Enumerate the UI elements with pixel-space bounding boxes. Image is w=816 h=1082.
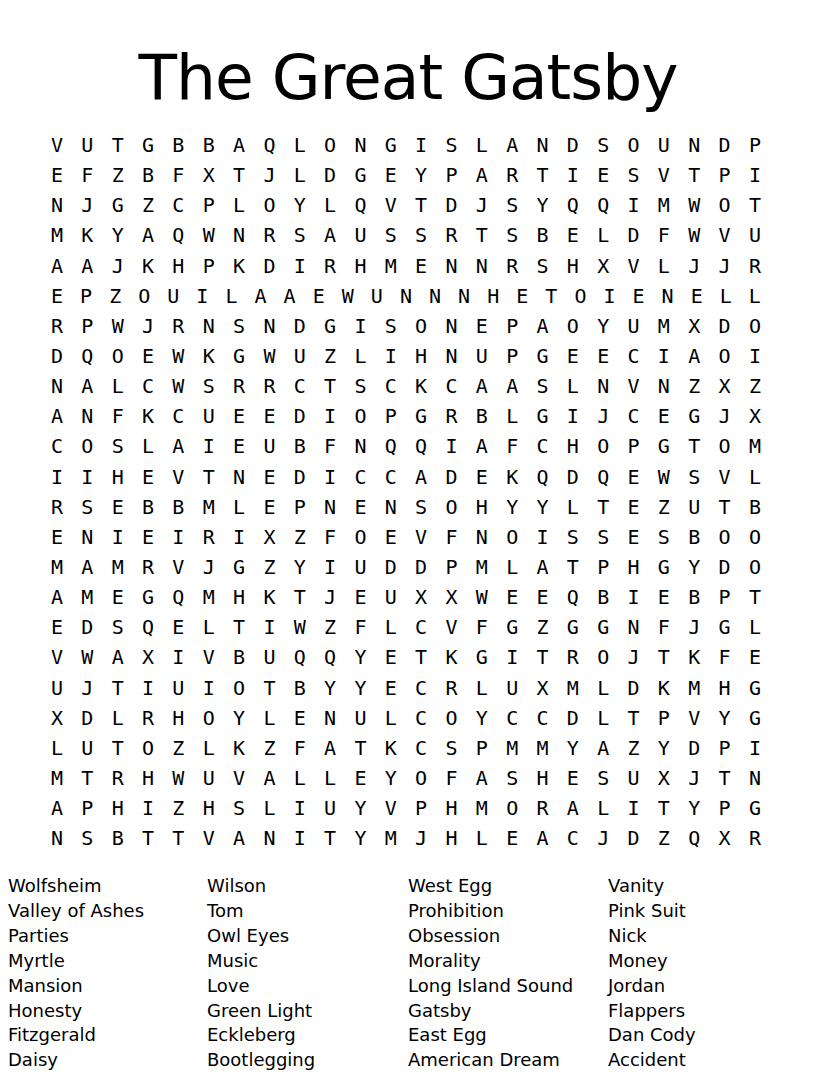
- grid-cell[interactable]: I: [625, 195, 643, 215]
- grid-cell[interactable]: D: [564, 135, 582, 155]
- grid-cell[interactable]: G: [473, 647, 491, 667]
- grid-cell[interactable]: E: [48, 527, 66, 547]
- grid-cell[interactable]: N: [685, 135, 703, 155]
- grid-cell[interactable]: P: [503, 316, 521, 336]
- grid-cell[interactable]: P: [382, 406, 400, 426]
- grid-cell[interactable]: G: [109, 195, 127, 215]
- grid-cell[interactable]: Q: [321, 647, 339, 667]
- grid-cell[interactable]: P: [77, 286, 95, 306]
- grid-cell[interactable]: U: [200, 406, 218, 426]
- grid-cell[interactable]: K: [139, 256, 157, 276]
- grid-cell[interactable]: V: [200, 828, 218, 848]
- grid-cell[interactable]: M: [382, 828, 400, 848]
- grid-cell[interactable]: B: [139, 165, 157, 185]
- grid-cell[interactable]: W: [339, 286, 357, 306]
- grid-cell[interactable]: C: [139, 376, 157, 396]
- grid-cell[interactable]: P: [655, 708, 673, 728]
- grid-cell[interactable]: U: [625, 316, 643, 336]
- grid-cell[interactable]: E: [625, 527, 643, 547]
- grid-cell[interactable]: L: [222, 286, 240, 306]
- grid-cell[interactable]: W: [78, 647, 96, 667]
- grid-cell[interactable]: Y: [109, 225, 127, 245]
- grid-cell[interactable]: I: [169, 647, 187, 667]
- grid-cell[interactable]: L: [260, 708, 278, 728]
- grid-cell[interactable]: Z: [685, 376, 703, 396]
- grid-cell[interactable]: K: [382, 738, 400, 758]
- grid-cell[interactable]: S: [382, 225, 400, 245]
- grid-cell[interactable]: T: [169, 828, 187, 848]
- grid-cell[interactable]: Y: [291, 195, 309, 215]
- grid-cell[interactable]: E: [139, 467, 157, 487]
- grid-cell[interactable]: K: [200, 346, 218, 366]
- grid-cell[interactable]: I: [193, 286, 211, 306]
- grid-cell[interactable]: D: [412, 557, 430, 577]
- grid-cell[interactable]: U: [685, 497, 703, 517]
- grid-cell[interactable]: H: [139, 768, 157, 788]
- grid-cell[interactable]: G: [685, 406, 703, 426]
- grid-cell[interactable]: I: [48, 467, 66, 487]
- grid-cell[interactable]: N: [48, 828, 66, 848]
- grid-cell[interactable]: L: [717, 286, 735, 306]
- grid-cell[interactable]: P: [746, 135, 764, 155]
- grid-cell[interactable]: Z: [655, 828, 673, 848]
- grid-cell[interactable]: J: [625, 647, 643, 667]
- grid-cell[interactable]: E: [746, 647, 764, 667]
- grid-cell[interactable]: Z: [291, 527, 309, 547]
- grid-cell[interactable]: T: [412, 195, 430, 215]
- grid-cell[interactable]: G: [230, 557, 248, 577]
- grid-cell[interactable]: M: [746, 436, 764, 456]
- grid-cell[interactable]: R: [746, 256, 764, 276]
- grid-cell[interactable]: T: [200, 467, 218, 487]
- grid-cell[interactable]: O: [716, 527, 734, 547]
- grid-cell[interactable]: T: [473, 225, 491, 245]
- grid-cell[interactable]: M: [200, 587, 218, 607]
- grid-cell[interactable]: O: [746, 316, 764, 336]
- grid-cell[interactable]: M: [655, 316, 673, 336]
- grid-cell[interactable]: Y: [655, 738, 673, 758]
- grid-cell[interactable]: K: [442, 647, 460, 667]
- grid-cell[interactable]: T: [685, 436, 703, 456]
- grid-cell[interactable]: D: [716, 135, 734, 155]
- grid-cell[interactable]: C: [442, 376, 460, 396]
- grid-cell[interactable]: V: [200, 647, 218, 667]
- grid-cell[interactable]: C: [625, 346, 643, 366]
- grid-cell[interactable]: V: [48, 135, 66, 155]
- grid-cell[interactable]: E: [382, 678, 400, 698]
- grid-cell[interactable]: M: [655, 195, 673, 215]
- grid-cell[interactable]: K: [139, 406, 157, 426]
- grid-cell[interactable]: A: [473, 165, 491, 185]
- grid-cell[interactable]: L: [594, 678, 612, 698]
- grid-cell[interactable]: G: [746, 798, 764, 818]
- grid-cell[interactable]: U: [351, 225, 369, 245]
- grid-cell[interactable]: L: [746, 467, 764, 487]
- grid-cell[interactable]: H: [716, 678, 734, 698]
- grid-cell[interactable]: Y: [473, 708, 491, 728]
- grid-cell[interactable]: T: [291, 587, 309, 607]
- grid-cell[interactable]: P: [716, 798, 734, 818]
- grid-cell[interactable]: I: [291, 828, 309, 848]
- grid-cell[interactable]: N: [442, 316, 460, 336]
- grid-cell[interactable]: Q: [169, 587, 187, 607]
- grid-cell[interactable]: W: [260, 346, 278, 366]
- grid-cell[interactable]: B: [230, 647, 248, 667]
- grid-cell[interactable]: W: [200, 225, 218, 245]
- grid-cell[interactable]: I: [200, 678, 218, 698]
- grid-cell[interactable]: S: [351, 376, 369, 396]
- grid-cell[interactable]: O: [594, 436, 612, 456]
- grid-cell[interactable]: R: [109, 768, 127, 788]
- grid-cell[interactable]: Z: [321, 346, 339, 366]
- grid-cell[interactable]: W: [169, 768, 187, 788]
- grid-cell[interactable]: J: [685, 768, 703, 788]
- grid-cell[interactable]: T: [534, 647, 552, 667]
- grid-cell[interactable]: Y: [534, 195, 552, 215]
- grid-cell[interactable]: I: [109, 527, 127, 547]
- grid-cell[interactable]: S: [291, 225, 309, 245]
- grid-cell[interactable]: S: [412, 497, 430, 517]
- grid-cell[interactable]: O: [442, 708, 460, 728]
- grid-cell[interactable]: V: [382, 798, 400, 818]
- grid-cell[interactable]: I: [746, 165, 764, 185]
- grid-cell[interactable]: T: [109, 678, 127, 698]
- grid-cell[interactable]: F: [351, 617, 369, 637]
- grid-cell[interactable]: M: [473, 557, 491, 577]
- grid-cell[interactable]: Y: [685, 798, 703, 818]
- grid-cell[interactable]: E: [310, 286, 328, 306]
- grid-cell[interactable]: P: [716, 587, 734, 607]
- grid-cell[interactable]: D: [716, 316, 734, 336]
- grid-cell[interactable]: Q: [351, 195, 369, 215]
- grid-cell[interactable]: L: [109, 708, 127, 728]
- grid-cell[interactable]: E: [564, 768, 582, 788]
- grid-cell[interactable]: X: [716, 376, 734, 396]
- grid-cell[interactable]: H: [412, 346, 430, 366]
- grid-cell[interactable]: E: [230, 406, 248, 426]
- grid-cell[interactable]: B: [139, 497, 157, 517]
- grid-cell[interactable]: I: [655, 346, 673, 366]
- grid-cell[interactable]: G: [746, 708, 764, 728]
- grid-cell[interactable]: J: [685, 617, 703, 637]
- grid-cell[interactable]: M: [78, 587, 96, 607]
- grid-cell[interactable]: J: [716, 256, 734, 276]
- grid-cell[interactable]: U: [746, 225, 764, 245]
- grid-cell[interactable]: O: [746, 557, 764, 577]
- grid-cell[interactable]: D: [625, 678, 643, 698]
- grid-cell[interactable]: S: [534, 256, 552, 276]
- grid-cell[interactable]: S: [685, 467, 703, 487]
- grid-cell[interactable]: Z: [169, 738, 187, 758]
- grid-cell[interactable]: O: [594, 647, 612, 667]
- grid-cell[interactable]: L: [564, 497, 582, 517]
- grid-cell[interactable]: Y: [382, 768, 400, 788]
- grid-cell[interactable]: X: [685, 316, 703, 336]
- grid-cell[interactable]: E: [260, 406, 278, 426]
- grid-cell[interactable]: O: [442, 497, 460, 517]
- grid-cell[interactable]: C: [412, 738, 430, 758]
- grid-cell[interactable]: F: [442, 527, 460, 547]
- grid-cell[interactable]: N: [382, 497, 400, 517]
- grid-cell[interactable]: A: [252, 286, 270, 306]
- grid-cell[interactable]: D: [625, 225, 643, 245]
- grid-cell[interactable]: U: [164, 286, 182, 306]
- grid-cell[interactable]: S: [564, 527, 582, 547]
- grid-cell[interactable]: F: [655, 225, 673, 245]
- grid-cell[interactable]: I: [321, 406, 339, 426]
- grid-cell[interactable]: Y: [291, 557, 309, 577]
- grid-cell[interactable]: J: [321, 587, 339, 607]
- grid-cell[interactable]: I: [534, 527, 552, 547]
- grid-cell[interactable]: R: [564, 647, 582, 667]
- grid-cell[interactable]: Q: [534, 467, 552, 487]
- grid-cell[interactable]: G: [230, 346, 248, 366]
- grid-cell[interactable]: G: [746, 678, 764, 698]
- grid-cell[interactable]: E: [594, 165, 612, 185]
- grid-cell[interactable]: G: [534, 346, 552, 366]
- grid-cell[interactable]: O: [135, 286, 153, 306]
- grid-cell[interactable]: T: [534, 165, 552, 185]
- grid-cell[interactable]: Q: [685, 828, 703, 848]
- grid-cell[interactable]: V: [655, 165, 673, 185]
- grid-cell[interactable]: O: [351, 527, 369, 547]
- grid-cell[interactable]: U: [321, 798, 339, 818]
- grid-cell[interactable]: Y: [503, 497, 521, 517]
- grid-cell[interactable]: Q: [564, 587, 582, 607]
- grid-cell[interactable]: Y: [564, 738, 582, 758]
- grid-cell[interactable]: N: [655, 376, 673, 396]
- grid-cell[interactable]: T: [109, 738, 127, 758]
- grid-cell[interactable]: Z: [139, 195, 157, 215]
- grid-cell[interactable]: B: [534, 225, 552, 245]
- grid-cell[interactable]: Y: [351, 678, 369, 698]
- grid-cell[interactable]: H: [473, 497, 491, 517]
- grid-cell[interactable]: I: [412, 135, 430, 155]
- grid-cell[interactable]: P: [716, 165, 734, 185]
- grid-cell[interactable]: N: [746, 768, 764, 788]
- grid-cell[interactable]: I: [291, 256, 309, 276]
- grid-cell[interactable]: X: [260, 527, 278, 547]
- grid-cell[interactable]: F: [655, 617, 673, 637]
- grid-cell[interactable]: Y: [716, 708, 734, 728]
- grid-cell[interactable]: D: [382, 557, 400, 577]
- grid-cell[interactable]: H: [625, 557, 643, 577]
- grid-cell[interactable]: Z: [260, 557, 278, 577]
- grid-cell[interactable]: C: [534, 436, 552, 456]
- grid-cell[interactable]: Z: [625, 738, 643, 758]
- grid-cell[interactable]: I: [200, 436, 218, 456]
- grid-cell[interactable]: G: [716, 617, 734, 637]
- grid-cell[interactable]: Y: [685, 557, 703, 577]
- grid-cell[interactable]: Y: [534, 497, 552, 517]
- grid-cell[interactable]: S: [230, 798, 248, 818]
- grid-cell[interactable]: A: [412, 467, 430, 487]
- grid-cell[interactable]: D: [291, 406, 309, 426]
- grid-cell[interactable]: F: [321, 527, 339, 547]
- grid-cell[interactable]: I: [321, 467, 339, 487]
- grid-cell[interactable]: Z: [655, 497, 673, 517]
- grid-cell[interactable]: R: [169, 316, 187, 336]
- grid-cell[interactable]: O: [78, 436, 96, 456]
- grid-cell[interactable]: D: [321, 165, 339, 185]
- grid-cell[interactable]: A: [48, 256, 66, 276]
- grid-cell[interactable]: H: [534, 768, 552, 788]
- grid-cell[interactable]: E: [291, 708, 309, 728]
- grid-cell[interactable]: Q: [564, 195, 582, 215]
- grid-cell[interactable]: P: [200, 195, 218, 215]
- grid-cell[interactable]: N: [473, 527, 491, 547]
- grid-cell[interactable]: G: [594, 617, 612, 637]
- grid-cell[interactable]: P: [442, 165, 460, 185]
- grid-cell[interactable]: P: [716, 738, 734, 758]
- grid-cell[interactable]: C: [412, 617, 430, 637]
- grid-cell[interactable]: F: [716, 647, 734, 667]
- grid-cell[interactable]: N: [534, 135, 552, 155]
- grid-cell[interactable]: S: [78, 828, 96, 848]
- grid-cell[interactable]: X: [48, 708, 66, 728]
- grid-cell[interactable]: U: [625, 768, 643, 788]
- grid-cell[interactable]: L: [48, 738, 66, 758]
- grid-cell[interactable]: V: [716, 225, 734, 245]
- grid-cell[interactable]: E: [513, 286, 531, 306]
- grid-cell[interactable]: D: [48, 346, 66, 366]
- grid-cell[interactable]: G: [564, 617, 582, 637]
- grid-cell[interactable]: D: [685, 738, 703, 758]
- grid-cell[interactable]: W: [109, 316, 127, 336]
- grid-cell[interactable]: I: [442, 436, 460, 456]
- grid-cell[interactable]: Y: [351, 798, 369, 818]
- grid-cell[interactable]: Q: [169, 225, 187, 245]
- grid-cell[interactable]: D: [716, 557, 734, 577]
- grid-cell[interactable]: Y: [230, 708, 248, 728]
- grid-cell[interactable]: N: [200, 316, 218, 336]
- grid-cell[interactable]: Q: [412, 436, 430, 456]
- grid-cell[interactable]: M: [685, 678, 703, 698]
- grid-cell[interactable]: S: [412, 225, 430, 245]
- grid-cell[interactable]: R: [200, 527, 218, 547]
- grid-cell[interactable]: V: [625, 376, 643, 396]
- grid-cell[interactable]: J: [716, 406, 734, 426]
- grid-cell[interactable]: G: [139, 135, 157, 155]
- grid-cell[interactable]: G: [655, 436, 673, 456]
- grid-cell[interactable]: Q: [594, 195, 612, 215]
- grid-cell[interactable]: O: [412, 316, 430, 336]
- grid-cell[interactable]: A: [534, 557, 552, 577]
- grid-cell[interactable]: N: [426, 286, 444, 306]
- grid-cell[interactable]: M: [48, 225, 66, 245]
- grid-cell[interactable]: C: [169, 406, 187, 426]
- grid-cell[interactable]: M: [48, 557, 66, 577]
- grid-cell[interactable]: Q: [382, 436, 400, 456]
- grid-cell[interactable]: J: [78, 678, 96, 698]
- grid-cell[interactable]: L: [473, 828, 491, 848]
- grid-cell[interactable]: N: [351, 436, 369, 456]
- grid-cell[interactable]: T: [321, 828, 339, 848]
- grid-cell[interactable]: N: [230, 467, 248, 487]
- grid-cell[interactable]: N: [473, 256, 491, 276]
- grid-cell[interactable]: J: [260, 165, 278, 185]
- grid-cell[interactable]: F: [321, 436, 339, 456]
- grid-cell[interactable]: T: [321, 376, 339, 396]
- grid-cell[interactable]: L: [321, 768, 339, 788]
- grid-cell[interactable]: I: [139, 678, 157, 698]
- grid-cell[interactable]: R: [746, 828, 764, 848]
- grid-cell[interactable]: U: [368, 286, 386, 306]
- grid-cell[interactable]: A: [139, 225, 157, 245]
- grid-cell[interactable]: J: [594, 406, 612, 426]
- grid-cell[interactable]: G: [412, 406, 430, 426]
- grid-cell[interactable]: A: [685, 346, 703, 366]
- grid-cell[interactable]: T: [542, 286, 560, 306]
- grid-cell[interactable]: E: [534, 587, 552, 607]
- grid-cell[interactable]: D: [260, 256, 278, 276]
- grid-cell[interactable]: H: [200, 798, 218, 818]
- grid-cell[interactable]: L: [291, 135, 309, 155]
- grid-cell[interactable]: R: [321, 256, 339, 276]
- grid-cell[interactable]: M: [382, 256, 400, 276]
- grid-cell[interactable]: T: [351, 738, 369, 758]
- grid-cell[interactable]: L: [230, 497, 248, 517]
- grid-cell[interactable]: J: [685, 256, 703, 276]
- grid-cell[interactable]: L: [291, 768, 309, 788]
- grid-cell[interactable]: L: [230, 195, 248, 215]
- grid-cell[interactable]: E: [503, 828, 521, 848]
- grid-cell[interactable]: G: [321, 316, 339, 336]
- grid-cell[interactable]: R: [230, 376, 248, 396]
- grid-cell[interactable]: O: [564, 316, 582, 336]
- grid-cell[interactable]: S: [230, 316, 248, 336]
- grid-cell[interactable]: U: [169, 678, 187, 698]
- grid-cell[interactable]: O: [200, 708, 218, 728]
- grid-cell[interactable]: N: [260, 828, 278, 848]
- grid-cell[interactable]: R: [139, 708, 157, 728]
- grid-cell[interactable]: E: [382, 165, 400, 185]
- grid-cell[interactable]: D: [564, 467, 582, 487]
- grid-cell[interactable]: A: [109, 647, 127, 667]
- grid-cell[interactable]: R: [534, 798, 552, 818]
- grid-cell[interactable]: G: [503, 617, 521, 637]
- grid-cell[interactable]: R: [139, 557, 157, 577]
- grid-cell[interactable]: I: [230, 527, 248, 547]
- grid-cell[interactable]: L: [382, 708, 400, 728]
- grid-cell[interactable]: U: [382, 587, 400, 607]
- grid-cell[interactable]: A: [321, 225, 339, 245]
- grid-cell[interactable]: A: [48, 798, 66, 818]
- grid-cell[interactable]: S: [503, 195, 521, 215]
- grid-cell[interactable]: M: [109, 557, 127, 577]
- grid-cell[interactable]: O: [625, 135, 643, 155]
- grid-cell[interactable]: X: [442, 587, 460, 607]
- grid-cell[interactable]: A: [473, 376, 491, 396]
- grid-cell[interactable]: B: [200, 135, 218, 155]
- grid-cell[interactable]: I: [564, 406, 582, 426]
- grid-cell[interactable]: S: [655, 527, 673, 547]
- grid-cell[interactable]: X: [746, 406, 764, 426]
- grid-cell[interactable]: P: [78, 798, 96, 818]
- grid-cell[interactable]: V: [382, 195, 400, 215]
- grid-cell[interactable]: M: [564, 678, 582, 698]
- grid-cell[interactable]: X: [594, 256, 612, 276]
- grid-cell[interactable]: P: [442, 557, 460, 577]
- grid-cell[interactable]: S: [594, 768, 612, 788]
- grid-cell[interactable]: J: [594, 828, 612, 848]
- grid-cell[interactable]: L: [594, 798, 612, 818]
- grid-cell[interactable]: A: [534, 828, 552, 848]
- grid-cell[interactable]: M: [503, 738, 521, 758]
- grid-cell[interactable]: I: [139, 798, 157, 818]
- grid-cell[interactable]: W: [685, 195, 703, 215]
- grid-cell[interactable]: O: [503, 798, 521, 818]
